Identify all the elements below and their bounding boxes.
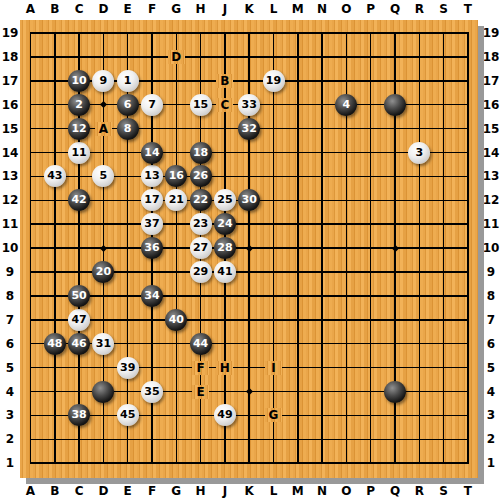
stone-setup-Q16: [384, 94, 406, 116]
grid-line-horizontal: [30, 295, 469, 297]
stone-move-8: 8: [117, 118, 139, 140]
stone-move-16: 16: [165, 165, 187, 187]
stone-move-33: 33: [238, 94, 260, 116]
stone-move-44: 44: [190, 333, 212, 355]
coord-bottom-N: N: [317, 484, 327, 498]
coord-right-12: 12: [483, 193, 500, 207]
coord-right-17: 17: [483, 74, 500, 88]
coord-right-4: 4: [487, 385, 495, 399]
kifu-diagram: ABCDEFGHJKLMNOPQRST 19181716151413121110…: [0, 0, 500, 500]
coord-left-19: 19: [2, 26, 19, 40]
coord-bottom-E: E: [124, 484, 132, 498]
marker-B: B: [216, 74, 233, 88]
coord-top-R: R: [415, 2, 424, 16]
coord-right-15: 15: [483, 122, 500, 136]
coord-left-5: 5: [6, 361, 14, 375]
coord-right-11: 11: [483, 217, 500, 231]
coord-bottom-R: R: [415, 484, 424, 498]
stone-move-10: 10: [68, 70, 90, 92]
coord-left-17: 17: [2, 74, 19, 88]
coord-bottom-Q: Q: [390, 484, 400, 498]
coord-top-Q: Q: [390, 2, 400, 16]
grid-line-vertical: [467, 32, 469, 464]
stone-move-40: 40: [165, 309, 187, 331]
coord-top-G: G: [171, 2, 181, 16]
grid-line-vertical: [273, 32, 275, 464]
stone-move-11: 11: [68, 142, 90, 164]
coord-bottom-A: A: [26, 484, 35, 498]
coord-bottom-P: P: [366, 484, 375, 498]
coord-bottom-F: F: [148, 484, 156, 498]
coord-right-6: 6: [487, 337, 495, 351]
stone-move-29: 29: [190, 261, 212, 283]
stone-move-1: 1: [117, 70, 139, 92]
coord-top-K: K: [245, 2, 254, 16]
coord-top-H: H: [196, 2, 206, 16]
coord-bottom-B: B: [50, 484, 59, 498]
stone-setup-Q4: [384, 381, 406, 403]
coord-right-8: 8: [487, 289, 495, 303]
coord-left-7: 7: [6, 313, 14, 327]
coord-bottom-H: H: [196, 484, 206, 498]
stone-move-32: 32: [238, 118, 260, 140]
coord-left-4: 4: [6, 385, 14, 399]
marker-E: E: [192, 385, 209, 399]
marker-F: F: [192, 361, 209, 375]
stone-move-27: 27: [190, 237, 212, 259]
coord-right-14: 14: [483, 146, 500, 160]
stone-move-22: 22: [190, 189, 212, 211]
stone-move-15: 15: [190, 94, 212, 116]
stone-move-4: 4: [335, 94, 357, 116]
coord-left-2: 2: [6, 432, 14, 446]
stone-move-50: 50: [68, 285, 90, 307]
coord-left-15: 15: [2, 122, 19, 136]
coord-bottom-G: G: [171, 484, 181, 498]
coord-right-2: 2: [487, 432, 495, 446]
stone-move-46: 46: [68, 333, 90, 355]
marker-A: A: [95, 122, 112, 136]
coord-right-18: 18: [483, 50, 500, 64]
stone-move-25: 25: [214, 189, 236, 211]
stone-move-14: 14: [141, 142, 163, 164]
coord-left-12: 12: [2, 193, 19, 207]
stone-move-39: 39: [117, 357, 139, 379]
star-point-Q10: [391, 245, 398, 252]
coord-right-16: 16: [483, 98, 500, 112]
coord-bottom-M: M: [292, 484, 304, 498]
star-point-D16: [100, 101, 107, 108]
stone-move-45: 45: [117, 404, 139, 426]
stone-move-28: 28: [214, 237, 236, 259]
stone-move-35: 35: [141, 381, 163, 403]
coord-bottom-T: T: [464, 484, 472, 498]
coord-left-1: 1: [6, 456, 14, 470]
grid-line-vertical: [321, 32, 323, 464]
coord-top-P: P: [366, 2, 375, 16]
stone-move-2: 2: [68, 94, 90, 116]
coord-top-T: T: [464, 2, 472, 16]
star-point-K4: [246, 388, 253, 395]
marker-D: D: [168, 50, 185, 64]
coord-left-8: 8: [6, 289, 14, 303]
coord-bottom-C: C: [75, 484, 84, 498]
coord-top-J: J: [223, 2, 227, 16]
coord-bottom-S: S: [439, 484, 448, 498]
stone-move-41: 41: [214, 261, 236, 283]
coord-top-N: N: [317, 2, 327, 16]
stone-move-13: 13: [141, 165, 163, 187]
grid-line-vertical: [297, 32, 299, 464]
coord-left-14: 14: [2, 146, 19, 160]
star-point-K10: [246, 245, 253, 252]
stone-move-19: 19: [263, 70, 285, 92]
stone-move-36: 36: [141, 237, 163, 259]
stone-setup-D4: [92, 381, 114, 403]
coord-left-16: 16: [2, 98, 19, 112]
stone-move-26: 26: [190, 165, 212, 187]
stone-move-43: 43: [44, 165, 66, 187]
grid-line-vertical: [370, 32, 372, 464]
grid-line-horizontal: [30, 462, 469, 464]
stone-move-42: 42: [68, 189, 90, 211]
stone-move-6: 6: [117, 94, 139, 116]
coord-bottom-K: K: [245, 484, 254, 498]
coord-bottom-O: O: [341, 484, 351, 498]
coord-top-M: M: [292, 2, 304, 16]
coord-right-19: 19: [483, 26, 500, 40]
stone-move-23: 23: [190, 213, 212, 235]
coord-top-A: A: [26, 2, 35, 16]
coord-bottom-L: L: [270, 484, 278, 498]
marker-C: C: [216, 98, 233, 112]
coord-top-F: F: [148, 2, 156, 16]
stone-move-48: 48: [44, 333, 66, 355]
stone-move-49: 49: [214, 404, 236, 426]
grid-line-horizontal: [30, 439, 469, 441]
coord-left-6: 6: [6, 337, 14, 351]
coord-top-S: S: [439, 2, 448, 16]
stone-move-12: 12: [68, 118, 90, 140]
stone-move-30: 30: [238, 189, 260, 211]
coord-left-9: 9: [6, 265, 14, 279]
grid-line-vertical: [443, 32, 445, 464]
marker-G: G: [265, 408, 282, 422]
coord-top-L: L: [270, 2, 278, 16]
coord-right-3: 3: [487, 408, 495, 422]
stone-move-47: 47: [68, 309, 90, 331]
stone-move-17: 17: [141, 189, 163, 211]
stone-move-38: 38: [68, 404, 90, 426]
grid-line-horizontal: [30, 319, 469, 321]
stone-move-24: 24: [214, 213, 236, 235]
coord-right-5: 5: [487, 361, 495, 375]
marker-H: H: [216, 361, 233, 375]
coord-top-B: B: [50, 2, 59, 16]
coord-left-3: 3: [6, 408, 14, 422]
coord-left-10: 10: [2, 241, 19, 255]
stone-move-34: 34: [141, 285, 163, 307]
coord-bottom-J: J: [223, 484, 227, 498]
coord-top-D: D: [98, 2, 108, 16]
stone-move-9: 9: [92, 70, 114, 92]
stone-move-3: 3: [408, 142, 430, 164]
star-point-D10: [100, 245, 107, 252]
grid-line-horizontal: [30, 415, 469, 417]
stone-move-18: 18: [190, 142, 212, 164]
go-board[interactable]: ABCDEFGHI1234567891011121314151617181920…: [20, 20, 478, 478]
stone-move-5: 5: [92, 165, 114, 187]
coord-right-9: 9: [487, 265, 495, 279]
coord-bottom-D: D: [98, 484, 108, 498]
grid-line-horizontal: [30, 367, 469, 369]
coord-left-13: 13: [2, 169, 19, 183]
coord-top-E: E: [124, 2, 132, 16]
marker-I: I: [265, 361, 282, 375]
coord-top-C: C: [75, 2, 84, 16]
coord-top-O: O: [341, 2, 351, 16]
stone-move-31: 31: [92, 333, 114, 355]
coord-left-18: 18: [2, 50, 19, 64]
coord-right-10: 10: [483, 241, 500, 255]
coord-left-11: 11: [2, 217, 19, 231]
stone-move-20: 20: [92, 261, 114, 283]
stone-move-7: 7: [141, 94, 163, 116]
stone-move-37: 37: [141, 213, 163, 235]
grid-line-vertical: [419, 32, 421, 464]
stone-move-21: 21: [165, 189, 187, 211]
coord-right-13: 13: [483, 169, 500, 183]
coord-right-1: 1: [487, 456, 495, 470]
coord-right-7: 7: [487, 313, 495, 327]
